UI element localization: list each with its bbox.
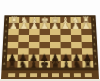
rank-label: 1	[92, 19, 94, 22]
piece-black-knight: ♞	[73, 62, 82, 68]
rank-label: 8	[3, 63, 5, 66]
piece-black-rook: ♜	[83, 62, 92, 68]
piece-black-king: ♚	[40, 62, 49, 68]
rank-label: 1	[6, 19, 8, 22]
rank-label: 2	[5, 25, 7, 28]
piece-black-queen: ♛	[51, 62, 60, 68]
square-d8: ♛	[50, 61, 61, 68]
edge-inlay	[30, 73, 37, 77]
edge-inlay	[85, 73, 92, 77]
piece-black-bishop: ♝	[29, 62, 38, 68]
piece-black-bishop: ♝	[62, 62, 71, 68]
rank-label: 6	[94, 50, 96, 53]
board-squares: ♜♞♝♚♛♝♞♜♟♟♟♟♟♟♟♟♟♟♟♟♟♟♟♟♜♞♝♚♛♝♞♜	[7, 17, 94, 68]
rank-label: 2	[93, 25, 95, 28]
rank-label: 3	[5, 31, 7, 34]
rank-label: 5	[94, 43, 96, 46]
piece-black-knight: ♞	[18, 62, 27, 68]
piece-black-rook: ♜	[8, 62, 17, 68]
rank-label: 3	[93, 31, 95, 34]
chess-set-photo: 12345678 ♜♞♝♚♛♝♞♜♟♟♟♟♟♟♟♟♟♟♟♟♟♟♟♟♜♞♝♚♛♝♞…	[0, 0, 100, 81]
square-a8: ♜	[82, 61, 93, 68]
board-frame: 12345678 ♜♞♝♚♛♝♞♜♟♟♟♟♟♟♟♟♟♟♟♟♟♟♟♟♜♞♝♚♛♝♞…	[2, 15, 99, 69]
rank-label: 4	[5, 37, 7, 40]
box-front-edge	[1, 69, 99, 79]
square-g8: ♞	[17, 61, 28, 68]
rank-label: 5	[4, 43, 6, 46]
square-h8: ♜	[7, 61, 18, 68]
edge-inlay	[19, 73, 26, 77]
rank-label: 7	[94, 56, 96, 59]
edge-inlay	[52, 73, 59, 77]
square-e8: ♚	[39, 61, 50, 68]
table-strip	[0, 79, 100, 81]
square-f8: ♝	[28, 61, 39, 68]
edge-inlay	[8, 73, 15, 77]
square-b8: ♞	[72, 61, 83, 68]
rank-label: 7	[4, 56, 6, 59]
edge-inlay	[63, 73, 70, 77]
rank-label: 4	[93, 37, 95, 40]
square-c8: ♝	[61, 61, 72, 68]
edge-inlay	[41, 73, 48, 77]
chess-board: 12345678 ♜♞♝♚♛♝♞♜♟♟♟♟♟♟♟♟♟♟♟♟♟♟♟♟♜♞♝♚♛♝♞…	[1, 15, 99, 79]
rank-label: 6	[4, 50, 6, 53]
edge-inlay	[74, 73, 81, 77]
rank-label: 8	[95, 63, 97, 66]
